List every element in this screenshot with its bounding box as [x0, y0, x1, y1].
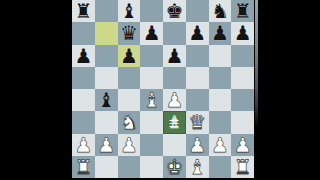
square-h7[interactable]: ♟ — [231, 22, 254, 44]
square-a2[interactable]: ♟ — [72, 134, 95, 156]
square-b6[interactable] — [95, 45, 118, 67]
square-e7[interactable] — [163, 22, 186, 44]
black-king-e8: ♚ — [165, 1, 183, 21]
square-h6[interactable] — [231, 45, 254, 67]
hint-stripes-decoration — [170, 120, 179, 128]
white-rook-a1: ♜ — [74, 156, 92, 176]
black-pawn-a6: ♟ — [74, 45, 92, 65]
square-f2[interactable]: ♟ — [186, 134, 209, 156]
square-d7[interactable]: ♟ — [140, 22, 163, 44]
square-b2[interactable]: ♟ — [95, 134, 118, 156]
square-c6[interactable]: ♟ — [118, 45, 141, 67]
square-g1[interactable] — [209, 156, 232, 178]
white-pawn-h2: ♟ — [234, 134, 252, 154]
square-b4[interactable]: ♝ — [95, 89, 118, 111]
square-d3[interactable] — [140, 111, 163, 133]
square-d2[interactable] — [140, 134, 163, 156]
black-pawn-d7: ♟ — [143, 23, 161, 43]
square-d1[interactable] — [140, 156, 163, 178]
white-bishop-d4: ♝ — [143, 90, 161, 110]
square-a1[interactable]: ♜ — [72, 156, 95, 178]
board-bottom-edge — [72, 178, 254, 180]
square-h2[interactable]: ♟ — [231, 134, 254, 156]
square-e2[interactable] — [163, 134, 186, 156]
white-pawn-b2: ♟ — [97, 134, 115, 154]
black-pawn-f7: ♟ — [188, 23, 206, 43]
black-bishop-c8: ♝ — [120, 1, 138, 21]
square-h5[interactable] — [231, 67, 254, 89]
square-g7[interactable]: ♟ — [209, 22, 232, 44]
square-c4[interactable] — [118, 89, 141, 111]
square-e6[interactable]: ♟ — [163, 45, 186, 67]
black-rook-h8: ♜ — [234, 1, 252, 21]
square-b8[interactable] — [95, 0, 118, 22]
square-e8[interactable]: ♚ — [163, 0, 186, 22]
square-e3[interactable]: ♗ — [163, 111, 186, 133]
square-h8[interactable]: ♜ — [231, 0, 254, 22]
chess-board: ♜♝♚♞♜♛♟♟♟♟♟♟♟♝♝♟♞♗♛♟♟♟♟♟♟♜♚♝♜ — [72, 0, 254, 178]
black-bishop-b4: ♝ — [97, 90, 115, 110]
hint-bishop-icon: ♗ — [167, 113, 182, 130]
square-e4[interactable]: ♟ — [163, 89, 186, 111]
square-g8[interactable]: ♞ — [209, 0, 232, 22]
square-f6[interactable] — [186, 45, 209, 67]
square-h3[interactable] — [231, 111, 254, 133]
square-g4[interactable] — [209, 89, 232, 111]
black-pawn-g7: ♟ — [211, 23, 229, 43]
square-f8[interactable] — [186, 0, 209, 22]
square-c8[interactable]: ♝ — [118, 0, 141, 22]
square-e1[interactable]: ♚ — [163, 156, 186, 178]
square-a3[interactable] — [72, 111, 95, 133]
square-c5[interactable] — [118, 67, 141, 89]
black-rook-a8: ♜ — [74, 1, 92, 21]
square-h1[interactable]: ♜ — [231, 156, 254, 178]
square-a7[interactable] — [72, 22, 95, 44]
square-b3[interactable] — [95, 111, 118, 133]
square-e5[interactable] — [163, 67, 186, 89]
square-d4[interactable]: ♝ — [140, 89, 163, 111]
square-f1[interactable]: ♝ — [186, 156, 209, 178]
square-a5[interactable] — [72, 67, 95, 89]
white-knight-c3: ♞ — [120, 112, 138, 132]
square-a6[interactable]: ♟ — [72, 45, 95, 67]
square-g6[interactable] — [209, 45, 232, 67]
square-g5[interactable] — [209, 67, 232, 89]
square-d5[interactable] — [140, 67, 163, 89]
white-king-e1: ♚ — [165, 156, 183, 176]
square-b7[interactable] — [95, 22, 118, 44]
square-f3[interactable]: ♛ — [186, 111, 209, 133]
square-a4[interactable] — [72, 89, 95, 111]
black-queen-c7: ♛ — [120, 23, 138, 43]
white-pawn-c2: ♟ — [120, 134, 138, 154]
square-g2[interactable]: ♟ — [209, 134, 232, 156]
square-a8[interactable]: ♜ — [72, 0, 95, 22]
black-pawn-e6: ♟ — [165, 45, 183, 65]
black-pawn-c6: ♟ — [120, 45, 138, 65]
square-b5[interactable] — [95, 67, 118, 89]
white-pawn-a2: ♟ — [74, 134, 92, 154]
letterbox-right — [258, 0, 320, 180]
square-f4[interactable] — [186, 89, 209, 111]
square-g3[interactable] — [209, 111, 232, 133]
black-pawn-h7: ♟ — [234, 23, 252, 43]
white-pawn-e4: ♟ — [165, 90, 183, 110]
square-f7[interactable]: ♟ — [186, 22, 209, 44]
white-queen-f3: ♛ — [188, 112, 206, 132]
black-knight-g8: ♞ — [211, 1, 229, 21]
square-c3[interactable]: ♞ — [118, 111, 141, 133]
square-h4[interactable] — [231, 89, 254, 111]
square-f5[interactable] — [186, 67, 209, 89]
square-c2[interactable]: ♟ — [118, 134, 141, 156]
square-d6[interactable] — [140, 45, 163, 67]
white-rook-h1: ♜ — [234, 156, 252, 176]
letterbox-left — [0, 0, 72, 180]
white-bishop-f1: ♝ — [188, 156, 206, 176]
white-pawn-f2: ♟ — [188, 134, 206, 154]
square-c7[interactable]: ♛ — [118, 22, 141, 44]
square-c1[interactable] — [118, 156, 141, 178]
square-d8[interactable] — [140, 0, 163, 22]
scrollbar-thumb[interactable] — [255, 0, 258, 128]
square-b1[interactable] — [95, 156, 118, 178]
video-frame: ♜♝♚♞♜♛♟♟♟♟♟♟♟♝♝♟♞♗♛♟♟♟♟♟♟♜♚♝♜ — [0, 0, 320, 180]
white-pawn-g2: ♟ — [211, 134, 229, 154]
